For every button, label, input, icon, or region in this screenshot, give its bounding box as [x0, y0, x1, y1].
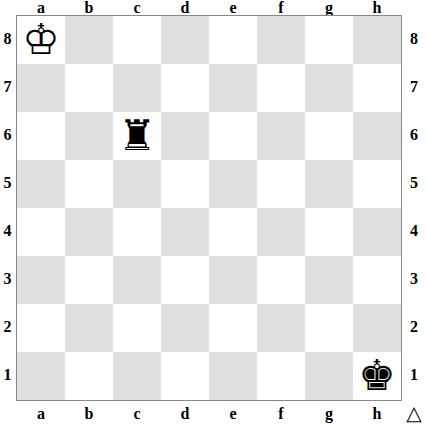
- rank-label-right-2: 2: [402, 303, 426, 351]
- rank-label-right-7: 7: [402, 63, 426, 111]
- square-g5[interactable]: [305, 160, 353, 208]
- file-label-top-a: a: [17, 0, 65, 15]
- rank-label-right-1: 1: [402, 351, 426, 399]
- rank-label-left-8: 8: [0, 15, 15, 63]
- rank-labels-left: 87654321: [0, 15, 15, 399]
- square-h4[interactable]: [353, 208, 401, 256]
- square-e1[interactable]: [209, 352, 257, 400]
- square-g8[interactable]: [305, 16, 353, 64]
- rank-label-left-3: 3: [0, 255, 15, 303]
- square-f8[interactable]: [257, 16, 305, 64]
- file-labels-bottom: abcdefgh: [17, 401, 401, 426]
- square-d5[interactable]: [161, 160, 209, 208]
- file-label-bottom-f: f: [257, 401, 305, 426]
- rank-label-right-6: 6: [402, 111, 426, 159]
- square-e5[interactable]: [209, 160, 257, 208]
- square-f3[interactable]: [257, 256, 305, 304]
- square-h6[interactable]: [353, 112, 401, 160]
- square-d2[interactable]: [161, 304, 209, 352]
- white-to-move-triangle-icon: △: [402, 400, 426, 426]
- square-e2[interactable]: [209, 304, 257, 352]
- square-g6[interactable]: [305, 112, 353, 160]
- file-label-top-c: c: [113, 0, 161, 15]
- square-f7[interactable]: [257, 64, 305, 112]
- file-label-top-g: g: [305, 0, 353, 15]
- rank-label-left-2: 2: [0, 303, 15, 351]
- square-c6[interactable]: ♜: [113, 112, 161, 160]
- square-g1[interactable]: [305, 352, 353, 400]
- rank-label-right-5: 5: [402, 159, 426, 207]
- file-label-top-d: d: [161, 0, 209, 15]
- file-label-bottom-a: a: [17, 401, 65, 426]
- square-h1[interactable]: ♚: [353, 352, 401, 400]
- square-f1[interactable]: [257, 352, 305, 400]
- rank-label-left-4: 4: [0, 207, 15, 255]
- square-a2[interactable]: [17, 304, 65, 352]
- square-e8[interactable]: [209, 16, 257, 64]
- square-h7[interactable]: [353, 64, 401, 112]
- square-e7[interactable]: [209, 64, 257, 112]
- rank-label-left-7: 7: [0, 63, 15, 111]
- square-d3[interactable]: [161, 256, 209, 304]
- rank-label-right-3: 3: [402, 255, 426, 303]
- square-c1[interactable]: [113, 352, 161, 400]
- square-b7[interactable]: [65, 64, 113, 112]
- file-label-top-e: e: [209, 0, 257, 15]
- square-a6[interactable]: [17, 112, 65, 160]
- file-label-bottom-c: c: [113, 401, 161, 426]
- square-e3[interactable]: [209, 256, 257, 304]
- black-rook-c6[interactable]: ♜: [113, 112, 161, 160]
- file-label-bottom-g: g: [305, 401, 353, 426]
- square-b3[interactable]: [65, 256, 113, 304]
- file-label-bottom-e: e: [209, 401, 257, 426]
- file-label-top-b: b: [65, 0, 113, 15]
- black-king-h1[interactable]: ♚: [353, 352, 401, 400]
- square-f4[interactable]: [257, 208, 305, 256]
- square-h8[interactable]: [353, 16, 401, 64]
- square-c7[interactable]: [113, 64, 161, 112]
- square-c3[interactable]: [113, 256, 161, 304]
- square-g4[interactable]: [305, 208, 353, 256]
- square-d6[interactable]: [161, 112, 209, 160]
- square-b4[interactable]: [65, 208, 113, 256]
- square-h2[interactable]: [353, 304, 401, 352]
- file-label-top-h: h: [353, 0, 401, 15]
- file-label-top-f: f: [257, 0, 305, 15]
- square-a5[interactable]: [17, 160, 65, 208]
- rank-label-right-8: 8: [402, 15, 426, 63]
- file-label-bottom-b: b: [65, 401, 113, 426]
- file-label-bottom-d: d: [161, 401, 209, 426]
- rank-label-left-1: 1: [0, 351, 15, 399]
- square-f6[interactable]: [257, 112, 305, 160]
- square-c2[interactable]: [113, 304, 161, 352]
- square-a1[interactable]: [17, 352, 65, 400]
- square-b1[interactable]: [65, 352, 113, 400]
- square-g7[interactable]: [305, 64, 353, 112]
- square-h5[interactable]: [353, 160, 401, 208]
- square-a7[interactable]: [17, 64, 65, 112]
- square-b5[interactable]: [65, 160, 113, 208]
- square-f2[interactable]: [257, 304, 305, 352]
- square-b8[interactable]: [65, 16, 113, 64]
- rank-label-right-4: 4: [402, 207, 426, 255]
- chess-board: ♔♜♚: [16, 15, 402, 401]
- square-e4[interactable]: [209, 208, 257, 256]
- square-b2[interactable]: [65, 304, 113, 352]
- rank-label-left-5: 5: [0, 159, 15, 207]
- square-f5[interactable]: [257, 160, 305, 208]
- file-label-bottom-h: h: [353, 401, 401, 426]
- square-d1[interactable]: [161, 352, 209, 400]
- rank-label-left-6: 6: [0, 111, 15, 159]
- square-c5[interactable]: [113, 160, 161, 208]
- square-d4[interactable]: [161, 208, 209, 256]
- square-a8[interactable]: ♔: [17, 16, 65, 64]
- file-labels-top: abcdefgh: [17, 0, 401, 15]
- square-a4[interactable]: [17, 208, 65, 256]
- square-g3[interactable]: [305, 256, 353, 304]
- square-a3[interactable]: [17, 256, 65, 304]
- square-c4[interactable]: [113, 208, 161, 256]
- chess-diagram: abcdefgh 87654321 ♔♜♚ 87654321 abcdefgh …: [0, 0, 426, 426]
- rank-labels-right: 87654321: [402, 15, 426, 399]
- square-d7[interactable]: [161, 64, 209, 112]
- white-king-a8[interactable]: ♔: [17, 16, 65, 64]
- square-d8[interactable]: [161, 16, 209, 64]
- square-c8[interactable]: [113, 16, 161, 64]
- square-b6[interactable]: [65, 112, 113, 160]
- square-h3[interactable]: [353, 256, 401, 304]
- square-g2[interactable]: [305, 304, 353, 352]
- square-e6[interactable]: [209, 112, 257, 160]
